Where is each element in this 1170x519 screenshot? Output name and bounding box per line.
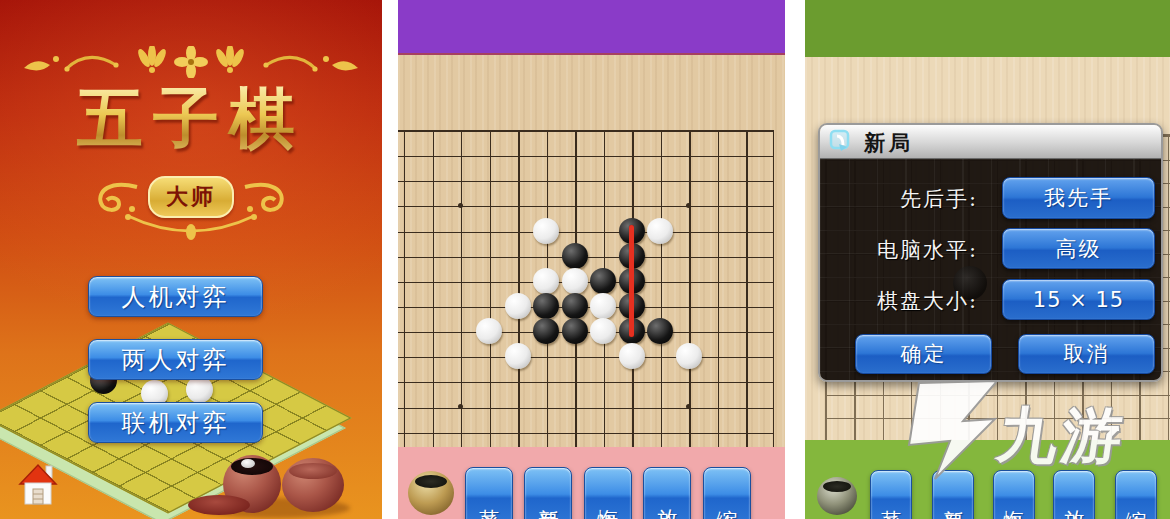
stone-white	[533, 268, 559, 294]
stone-white	[505, 293, 531, 319]
toolbar-button-new-game[interactable]: 新局	[524, 467, 572, 519]
stone-black	[533, 318, 559, 344]
menu-button-online-play[interactable]: 联机对弈	[88, 402, 263, 443]
menu-button-human-vs-ai[interactable]: 人机对弈	[88, 276, 263, 317]
stone-white	[562, 268, 588, 294]
toolbar-button-menu[interactable]: 菜单	[465, 467, 513, 519]
stone-bowl-icon	[408, 471, 454, 515]
bowl-lid	[188, 495, 250, 515]
app-title: 五子棋	[0, 74, 382, 164]
stone-bowl-icon	[817, 477, 857, 515]
board-size-value-button[interactable]: 15 × 15	[1002, 279, 1155, 320]
toolbar-button-zoom-out[interactable]: 缩小	[1115, 470, 1157, 519]
stone-white	[676, 343, 702, 369]
home-icon	[18, 460, 58, 506]
stone-bowl-closed	[282, 458, 344, 512]
winning-line	[629, 225, 634, 338]
stone-white	[590, 293, 616, 319]
cancel-button[interactable]: 取消	[1018, 334, 1155, 374]
stone-white	[476, 318, 502, 344]
stone-black	[562, 318, 588, 344]
dialog-title: 新局	[864, 129, 914, 157]
stone-black	[647, 318, 673, 344]
stone-white	[619, 343, 645, 369]
flourish-bottom	[0, 212, 382, 242]
star-point	[458, 404, 463, 409]
dialog-body: 先后手: 我先手 电脑水平: 高级 棋盘大小: 15 × 15 确定 取消	[820, 159, 1161, 382]
stone-white	[590, 318, 616, 344]
home-screen-panel: 五子棋 大师 人机对弈 两人对弈 联机对弈	[0, 0, 382, 519]
stone-black	[590, 268, 616, 294]
board-wood-background	[398, 55, 785, 447]
watermark-logo-icon	[905, 381, 1001, 481]
home-button[interactable]	[18, 460, 58, 506]
new-game-icon	[828, 129, 854, 155]
top-status-bar-green	[805, 0, 1170, 57]
stone-white	[533, 218, 559, 244]
stone-white	[505, 343, 531, 369]
flourish-right-icon	[244, 179, 290, 215]
toolbar-button-zoom-out[interactable]: 缩小	[703, 467, 751, 519]
stone-black	[562, 243, 588, 269]
toolbar-button-zoom-in[interactable]: 放大	[643, 467, 691, 519]
screenshot-root: 五子棋 大师 人机对弈 两人对弈 联机对弈	[0, 0, 1170, 519]
ok-button[interactable]: 确定	[855, 334, 992, 374]
top-status-bar	[398, 0, 785, 55]
toolbar-button-undo[interactable]: 悔棋	[584, 467, 632, 519]
menu-button-two-players[interactable]: 两人对弈	[88, 339, 263, 380]
gomoku-board-stones[interactable]	[398, 117, 785, 494]
first-move-label: 先后手:	[828, 185, 978, 213]
dialog-titlebar: 新局	[820, 125, 1161, 159]
stone-white	[647, 218, 673, 244]
decorative-white-stone	[186, 376, 213, 403]
flourish-left-icon	[92, 179, 138, 215]
star-point	[686, 404, 691, 409]
stone-black	[562, 293, 588, 319]
ai-level-value-button[interactable]: 高级	[1002, 228, 1155, 269]
watermark-logo-text: 九游	[992, 396, 1131, 477]
game-board-panel: 菜单 新局 悔棋 放大 缩小	[398, 0, 785, 519]
new-game-dialog: 新局 先后手: 我先手 电脑水平: 高级 棋盘大小: 15 × 15 确定 取消	[818, 123, 1163, 382]
ai-level-label: 电脑水平:	[828, 236, 978, 264]
star-point	[686, 203, 691, 208]
star-point	[458, 203, 463, 208]
toolbar-button-zoom-in[interactable]: 放大	[1053, 470, 1095, 519]
stone-black	[533, 293, 559, 319]
new-game-dialog-panel: 新局 先后手: 我先手 电脑水平: 高级 棋盘大小: 15 × 15 确定 取消…	[805, 0, 1170, 519]
board-size-label: 棋盘大小:	[828, 287, 978, 315]
first-move-value-button[interactable]: 我先手	[1002, 177, 1155, 219]
